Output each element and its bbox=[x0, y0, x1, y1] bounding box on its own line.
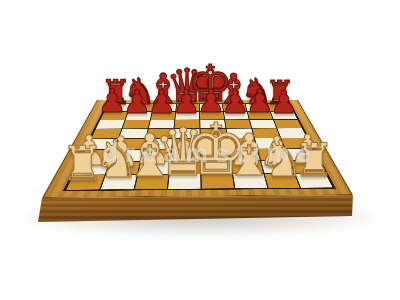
watermark-text: dreamstime bbox=[102, 138, 318, 169]
photo-stage: ♜♞♝♛♚♝♞♜♟♟♟♟♟♟♟♟♟♟♟♟♟♟♟♟♜♞♝♛♚♝♞♜ dreamst… bbox=[0, 0, 400, 300]
piece-red-pawn-h7: ♟ bbox=[270, 86, 298, 118]
